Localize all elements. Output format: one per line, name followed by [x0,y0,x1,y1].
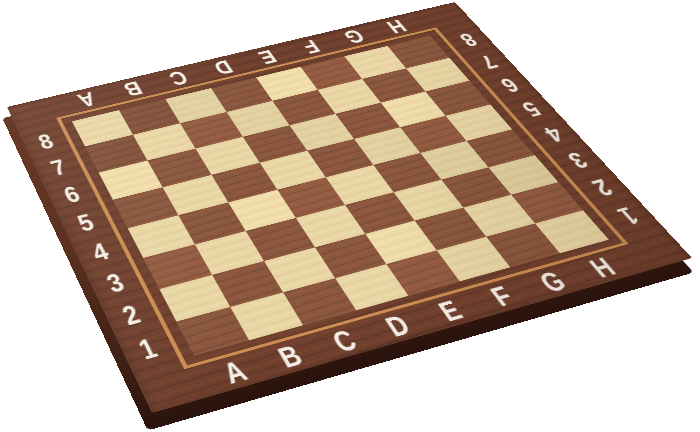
chessboard: ABCDEFGH 87654321 87654321 ABCDEFGH [7,2,692,413]
photo-canvas: ABCDEFGH 87654321 87654321 ABCDEFGH [0,0,700,432]
rank-labels-left-1: 1 [126,328,171,370]
board-face: ABCDEFGH 87654321 87654321 ABCDEFGH [7,2,692,413]
